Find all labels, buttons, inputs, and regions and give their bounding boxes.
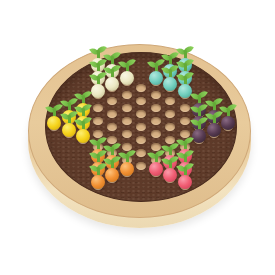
peg-ball — [105, 77, 119, 91]
sprout-icon — [208, 111, 220, 124]
board-hole[interactable] — [151, 117, 161, 125]
peg-ball — [76, 129, 90, 143]
sprout-icon — [92, 163, 104, 176]
board-hole[interactable] — [93, 117, 103, 125]
peg-purple[interactable] — [221, 104, 235, 130]
peg-purple[interactable] — [192, 117, 206, 143]
photo-stage — [0, 0, 275, 275]
board-hole[interactable] — [136, 136, 146, 144]
peg-ball — [105, 168, 119, 182]
board-hole[interactable] — [122, 91, 132, 99]
board-hole[interactable] — [136, 162, 146, 170]
sprout-icon — [179, 163, 191, 176]
board-hole[interactable] — [136, 84, 146, 92]
board-hole[interactable] — [122, 117, 132, 125]
peg-orange[interactable] — [105, 156, 119, 182]
peg-ball — [91, 84, 105, 98]
board-hole[interactable] — [107, 123, 117, 131]
sprout-icon — [150, 150, 162, 163]
peg-ball — [47, 116, 61, 130]
peg-ball — [120, 162, 134, 176]
peg-pink[interactable] — [178, 163, 192, 189]
board-hole[interactable] — [122, 130, 132, 138]
peg-pink[interactable] — [149, 150, 163, 176]
board-hole[interactable] — [107, 97, 117, 105]
board-hole[interactable] — [136, 149, 146, 157]
board-hole[interactable] — [122, 104, 132, 112]
board-hole[interactable] — [165, 97, 175, 105]
peg-ball — [207, 123, 221, 137]
sprout-icon — [63, 98, 75, 111]
sprout-icon — [179, 137, 191, 150]
peg-orange[interactable] — [120, 150, 134, 176]
board-hole[interactable] — [151, 104, 161, 112]
peg-ball — [91, 175, 105, 189]
sprout-icon — [92, 137, 104, 150]
peg-ball — [149, 71, 163, 85]
sprout-icon — [92, 59, 104, 72]
sprout-icon — [179, 72, 191, 85]
board-hole[interactable] — [180, 104, 190, 112]
peg-orange[interactable] — [91, 163, 105, 189]
peg-cream[interactable] — [91, 72, 105, 98]
sprout-icon — [63, 111, 75, 124]
board-hole[interactable] — [107, 110, 117, 118]
peg-yellow[interactable] — [62, 111, 76, 137]
peg-teal[interactable] — [163, 65, 177, 91]
board-hole[interactable] — [151, 91, 161, 99]
peg-ball — [149, 162, 163, 176]
peg-purple[interactable] — [207, 111, 221, 137]
peg-yellow[interactable] — [47, 104, 61, 130]
sprout-icon — [92, 46, 104, 59]
sprout-icon — [121, 150, 133, 163]
sprout-icon — [150, 59, 162, 72]
peg-cream[interactable] — [120, 59, 134, 85]
board-hole[interactable] — [136, 110, 146, 118]
sprout-icon — [179, 59, 191, 72]
peg-yellow[interactable] — [76, 117, 90, 143]
sprout-icon — [179, 150, 191, 163]
peg-ball — [163, 77, 177, 91]
sprout-icon — [92, 150, 104, 163]
peg-ball — [62, 123, 76, 137]
peg-ball — [178, 175, 192, 189]
board-hole[interactable] — [165, 123, 175, 131]
board-hole[interactable] — [151, 130, 161, 138]
peg-ball — [221, 116, 235, 130]
peg-ball — [178, 84, 192, 98]
peg-ball — [192, 129, 206, 143]
board-hole[interactable] — [180, 117, 190, 125]
peg-cream[interactable] — [105, 65, 119, 91]
peg-teal[interactable] — [149, 59, 163, 85]
board-hole[interactable] — [136, 97, 146, 105]
board-hole[interactable] — [165, 110, 175, 118]
sprout-icon — [121, 59, 133, 72]
board-hole[interactable] — [136, 123, 146, 131]
peg-pink[interactable] — [163, 156, 177, 182]
sprout-icon — [208, 98, 220, 111]
peg-ball — [120, 71, 134, 85]
peg-ball — [163, 168, 177, 182]
sprout-icon — [179, 46, 191, 59]
sprout-icon — [92, 72, 104, 85]
board-hole[interactable] — [93, 104, 103, 112]
chinese-checkers-board — [0, 0, 275, 275]
